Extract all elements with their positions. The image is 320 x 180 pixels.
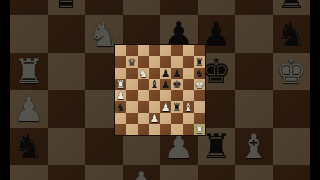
square-h3[interactable]	[194, 101, 205, 112]
square-d3[interactable]	[149, 101, 160, 112]
square-b4	[48, 90, 86, 128]
square-e7[interactable]	[160, 56, 171, 67]
square-a3: ♞	[10, 128, 48, 166]
square-e5[interactable]: ♟	[160, 79, 171, 90]
square-g6[interactable]	[183, 68, 194, 79]
square-h1[interactable]: ♜	[194, 124, 205, 135]
piece-black-rook-h7[interactable]: ♜	[195, 57, 204, 68]
piece-black-knight-h6: ♞	[276, 17, 306, 51]
piece-black-rook-f3[interactable]: ♜	[172, 102, 181, 113]
piece-white-rook-a5[interactable]: ♜	[116, 79, 125, 90]
square-g5[interactable]	[183, 79, 194, 90]
square-c7[interactable]	[138, 56, 149, 67]
piece-black-pawn-f6[interactable]: ♟	[172, 68, 181, 79]
square-g2	[235, 165, 273, 180]
piece-white-rook-h1[interactable]: ♜	[195, 124, 204, 135]
video-frame: ♛♜♞♟♟♞♜♝♟♚♚♟♞♟♜♝♟♜ ♛♜♞♟♟♞♜♝♟♚♚♟♞♟♜♝♟♜	[0, 0, 320, 180]
square-h2[interactable]	[194, 113, 205, 124]
square-a3[interactable]: ♞	[115, 101, 126, 112]
square-f3[interactable]: ♜	[171, 101, 182, 112]
square-e6[interactable]: ♟	[160, 68, 171, 79]
square-d2: ♟	[123, 165, 161, 180]
square-d6[interactable]	[149, 68, 160, 79]
square-a2	[10, 165, 48, 180]
piece-white-rook-a5: ♜	[14, 54, 44, 88]
square-g1[interactable]	[183, 124, 194, 135]
square-b8[interactable]	[126, 45, 137, 56]
square-e2	[160, 165, 198, 180]
piece-black-knight-a3: ♞	[14, 129, 44, 163]
square-e3[interactable]: ♟	[160, 101, 171, 112]
square-e8[interactable]	[160, 45, 171, 56]
square-g5	[235, 53, 273, 91]
square-f7	[198, 0, 236, 15]
square-a4[interactable]: ♟	[115, 90, 126, 101]
piece-white-pawn-a4: ♟	[14, 92, 44, 126]
square-g7[interactable]	[183, 56, 194, 67]
square-b7[interactable]: ♛	[126, 56, 137, 67]
piece-black-king-f5: ♚	[201, 54, 231, 88]
square-g3: ♝	[235, 128, 273, 166]
square-f7[interactable]	[171, 56, 182, 67]
piece-white-king-h5[interactable]: ♚	[195, 79, 204, 90]
square-f2[interactable]	[171, 113, 182, 124]
square-a7	[10, 0, 48, 15]
square-a5[interactable]: ♜	[115, 79, 126, 90]
piece-white-knight-c6[interactable]: ♞	[138, 68, 147, 79]
square-a6	[10, 15, 48, 53]
square-a2[interactable]	[115, 113, 126, 124]
piece-black-pawn-e5[interactable]: ♟	[161, 79, 170, 90]
square-g4	[235, 90, 273, 128]
piece-black-knight-h6[interactable]: ♞	[195, 68, 204, 79]
piece-black-pawn-f6: ♟	[201, 17, 231, 51]
square-e4[interactable]	[160, 90, 171, 101]
square-b4[interactable]	[126, 90, 137, 101]
square-c7	[85, 0, 123, 15]
square-c3[interactable]	[138, 101, 149, 112]
square-b1[interactable]	[126, 124, 137, 135]
piece-black-rook-f3: ♜	[201, 129, 231, 163]
square-g6	[235, 15, 273, 53]
square-b3[interactable]	[126, 101, 137, 112]
piece-black-pawn-e6[interactable]: ♟	[161, 68, 170, 79]
square-d4[interactable]	[149, 90, 160, 101]
piece-white-pawn-d2[interactable]: ♟	[150, 113, 159, 124]
square-g8[interactable]	[183, 45, 194, 56]
chess-board[interactable]: ♛♜♞♟♟♞♜♝♟♚♚♟♞♟♜♝♟♜	[115, 45, 205, 135]
square-g3[interactable]: ♝	[183, 101, 194, 112]
square-h7[interactable]: ♜	[194, 56, 205, 67]
square-a1[interactable]	[115, 124, 126, 135]
square-b3	[48, 128, 86, 166]
square-f5[interactable]: ♚	[171, 79, 182, 90]
square-h5[interactable]: ♚	[194, 79, 205, 90]
square-f2	[198, 165, 236, 180]
square-f1[interactable]	[171, 124, 182, 135]
piece-black-king-f5[interactable]: ♚	[172, 79, 181, 90]
square-g4[interactable]	[183, 90, 194, 101]
piece-black-bishop-d5[interactable]: ♝	[150, 79, 159, 90]
square-c6[interactable]: ♞	[138, 68, 149, 79]
square-c2[interactable]	[138, 113, 149, 124]
square-e7	[160, 0, 198, 15]
square-a6[interactable]	[115, 68, 126, 79]
square-h6: ♞	[273, 15, 311, 53]
piece-white-bishop-g3: ♝	[239, 129, 269, 163]
square-b7: ♛	[48, 0, 86, 15]
piece-black-queen-b7[interactable]: ♛	[127, 57, 136, 68]
square-c5[interactable]	[138, 79, 149, 90]
square-f8[interactable]	[171, 45, 182, 56]
square-a5: ♜	[10, 53, 48, 91]
square-d1[interactable]	[149, 124, 160, 135]
square-d2[interactable]: ♟	[149, 113, 160, 124]
piece-black-queen-b7: ♛	[51, 0, 81, 13]
square-f6[interactable]: ♟	[171, 68, 182, 79]
square-h7: ♜	[273, 0, 311, 15]
square-h4	[273, 90, 311, 128]
square-a7[interactable]	[115, 56, 126, 67]
square-d7[interactable]	[149, 56, 160, 67]
piece-white-pawn-d2: ♟	[126, 167, 156, 180]
square-b2[interactable]	[126, 113, 137, 124]
square-d8[interactable]	[149, 45, 160, 56]
square-a8[interactable]	[115, 45, 126, 56]
square-b2	[48, 165, 86, 180]
piece-white-king-h5: ♚	[276, 54, 306, 88]
square-h4[interactable]	[194, 90, 205, 101]
square-h6[interactable]: ♞	[194, 68, 205, 79]
square-h3	[273, 128, 311, 166]
square-h2	[273, 165, 311, 180]
piece-black-knight-a3[interactable]: ♞	[116, 102, 125, 113]
square-b6[interactable]	[126, 68, 137, 79]
piece-black-rook-h7: ♜	[276, 0, 306, 13]
square-d5[interactable]: ♝	[149, 79, 160, 90]
square-c8[interactable]	[138, 45, 149, 56]
square-b5	[48, 53, 86, 91]
piece-white-bishop-g3[interactable]: ♝	[183, 102, 192, 113]
square-c2	[85, 165, 123, 180]
square-a4: ♟	[10, 90, 48, 128]
square-c1[interactable]	[138, 124, 149, 135]
square-b6	[48, 15, 86, 53]
square-b5[interactable]	[126, 79, 137, 90]
square-h5: ♚	[273, 53, 311, 91]
square-e1[interactable]	[160, 124, 171, 135]
square-f4[interactable]	[171, 90, 182, 101]
square-g7	[235, 0, 273, 15]
square-g2[interactable]	[183, 113, 194, 124]
square-d7	[123, 0, 161, 15]
piece-white-pawn-a4[interactable]: ♟	[116, 90, 125, 101]
square-e2[interactable]	[160, 113, 171, 124]
square-h8[interactable]	[194, 45, 205, 56]
piece-white-pawn-e3[interactable]: ♟	[161, 102, 170, 113]
square-c4[interactable]	[138, 90, 149, 101]
